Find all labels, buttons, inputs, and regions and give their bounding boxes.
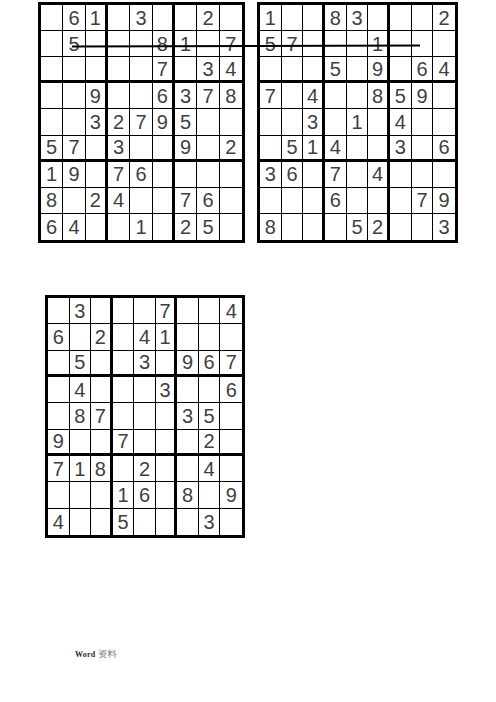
cell-r6c6[interactable]	[156, 430, 178, 456]
cell-r8c9[interactable]	[220, 188, 242, 214]
sudoku-grid-bottom-left: 3746241539674368735972718241689453	[45, 295, 245, 538]
cell-r6c3[interactable]	[91, 430, 113, 456]
cell-r6c5[interactable]	[134, 430, 156, 456]
cell-r6c8[interactable]: 2	[199, 430, 221, 456]
cell-r3c8[interactable]: 6	[412, 57, 434, 83]
cell-r2c9[interactable]	[220, 324, 242, 350]
cell-r4c7[interactable]	[177, 377, 199, 403]
cell-r7c9[interactable]	[433, 162, 455, 188]
cell-r5c4[interactable]	[113, 403, 135, 429]
cell-r2c7[interactable]	[177, 324, 199, 350]
cell-r3c9[interactable]: 7	[220, 351, 242, 377]
cell-r3c6[interactable]	[156, 351, 178, 377]
cell-r3c1[interactable]	[48, 351, 70, 377]
cell-r1c8[interactable]	[412, 5, 434, 31]
cell-r7c1[interactable]: 3	[260, 162, 282, 188]
cell-r3c6[interactable]: 7	[153, 57, 175, 83]
cell-r9c7[interactable]: 2	[175, 214, 197, 240]
cell-r3c2[interactable]: 5	[70, 351, 92, 377]
cell-r9c1[interactable]: 8	[260, 214, 282, 240]
cell-r6c9[interactable]: 2	[220, 136, 242, 162]
cell-r5c5[interactable]	[134, 403, 156, 429]
cell-r6c7[interactable]: 9	[175, 136, 197, 162]
cell-r9c6[interactable]	[156, 509, 178, 535]
cell-r8c8[interactable]	[199, 482, 221, 508]
cell-r6c8[interactable]	[412, 136, 434, 162]
cell-r7c8[interactable]	[197, 162, 219, 188]
cell-r8c8[interactable]: 7	[412, 188, 434, 214]
cell-r7c9[interactable]	[220, 162, 242, 188]
cell-r4c4[interactable]	[108, 83, 130, 109]
cell-r4c6[interactable]: 3	[156, 377, 178, 403]
cell-r8c6[interactable]	[368, 188, 390, 214]
cell-r5c5[interactable]: 7	[130, 109, 152, 135]
cell-r4c1[interactable]	[41, 83, 63, 109]
cell-r1c7[interactable]	[177, 298, 199, 324]
cell-r9c2[interactable]	[70, 509, 92, 535]
cell-r3c5[interactable]: 3	[134, 351, 156, 377]
cell-r5c3[interactable]: 3	[303, 109, 325, 135]
watermark-brand: Word	[75, 650, 95, 659]
cell-r4c9[interactable]: 6	[220, 377, 242, 403]
cell-r7c7[interactable]	[390, 162, 412, 188]
cell-r1c3[interactable]	[91, 298, 113, 324]
cell-r7c2[interactable]: 9	[63, 162, 85, 188]
cell-r3c3[interactable]	[86, 57, 108, 83]
cell-r1c8[interactable]: 2	[197, 5, 219, 31]
cell-r4c6[interactable]: 8	[368, 83, 390, 109]
cell-r1c5[interactable]: 3	[130, 5, 152, 31]
cell-r4c8[interactable]	[199, 377, 221, 403]
cell-r8c1[interactable]: 8	[41, 188, 63, 214]
cell-r3c4[interactable]	[108, 57, 130, 83]
cell-r5c8[interactable]: 5	[199, 403, 221, 429]
cell-r7c4[interactable]: 7	[108, 162, 130, 188]
cell-r5c2[interactable]	[282, 109, 304, 135]
cell-r8c6[interactable]	[156, 482, 178, 508]
cell-r1c4[interactable]: 8	[325, 5, 347, 31]
cell-r4c7[interactable]: 3	[175, 83, 197, 109]
cell-r8c3[interactable]: 2	[86, 188, 108, 214]
cell-r4c2[interactable]	[63, 83, 85, 109]
cell-r2c6[interactable]: 8	[153, 31, 175, 57]
cell-r9c4[interactable]: 5	[113, 509, 135, 535]
cell-r2c7[interactable]: 1	[175, 31, 197, 57]
cell-r3c7[interactable]	[175, 57, 197, 83]
sudoku-grid-top-left: 6132581773496378327955739219768247664125	[38, 2, 245, 243]
cell-r7c6[interactable]	[156, 456, 178, 482]
cell-r9c9[interactable]	[220, 214, 242, 240]
cell-r5c2[interactable]: 8	[70, 403, 92, 429]
cell-r7c7[interactable]	[177, 456, 199, 482]
cell-r8c7[interactable]	[390, 188, 412, 214]
cell-r1c1[interactable]: 1	[260, 5, 282, 31]
cell-r8c5[interactable]: 6	[134, 482, 156, 508]
cell-r3c8[interactable]: 3	[197, 57, 219, 83]
cell-r4c2[interactable]	[282, 83, 304, 109]
cell-r4c5[interactable]	[347, 83, 369, 109]
cell-r5c2[interactable]	[63, 109, 85, 135]
cell-r8c2[interactable]	[282, 188, 304, 214]
cell-r5c3[interactable]: 3	[86, 109, 108, 135]
cell-r2c1[interactable]	[41, 31, 63, 57]
cell-r1c9[interactable]: 4	[220, 298, 242, 324]
cell-r3c7[interactable]: 9	[177, 351, 199, 377]
cell-r9c2[interactable]: 4	[63, 214, 85, 240]
cell-r9c8[interactable]	[412, 214, 434, 240]
cell-r5c6[interactable]	[368, 109, 390, 135]
cell-r4c3[interactable]: 4	[303, 83, 325, 109]
cell-r9c1[interactable]: 4	[48, 509, 70, 535]
cell-r4c5[interactable]	[130, 83, 152, 109]
cell-r7c3[interactable]	[86, 162, 108, 188]
cell-r5c1[interactable]	[260, 109, 282, 135]
cell-r5c6[interactable]: 9	[153, 109, 175, 135]
cell-r6c5[interactable]	[130, 136, 152, 162]
cell-r6c6[interactable]	[368, 136, 390, 162]
cell-r4c9[interactable]	[433, 83, 455, 109]
cell-r1c6[interactable]	[368, 5, 390, 31]
cell-r1c6[interactable]: 7	[156, 298, 178, 324]
cell-r1c2[interactable]: 6	[63, 5, 85, 31]
cell-r6c4[interactable]: 7	[113, 430, 135, 456]
cell-r6c7[interactable]	[177, 430, 199, 456]
cell-r6c3[interactable]	[86, 136, 108, 162]
cell-r4c1[interactable]	[48, 377, 70, 403]
cell-r3c7[interactable]	[390, 57, 412, 83]
cell-r5c7[interactable]: 3	[177, 403, 199, 429]
cell-r8c3[interactable]	[91, 482, 113, 508]
cell-r5c5[interactable]: 1	[347, 109, 369, 135]
cell-r9c5[interactable]: 5	[347, 214, 369, 240]
cell-r3c6[interactable]: 9	[368, 57, 390, 83]
cell-r3c2[interactable]	[282, 57, 304, 83]
cell-r8c5[interactable]	[130, 188, 152, 214]
cell-r6c2[interactable]: 5	[282, 136, 304, 162]
cell-r6c3[interactable]: 1	[303, 136, 325, 162]
cell-r5c8[interactable]	[197, 109, 219, 135]
cell-r8c3[interactable]	[303, 188, 325, 214]
cell-r5c3[interactable]: 7	[91, 403, 113, 429]
cell-r7c1[interactable]: 1	[41, 162, 63, 188]
cell-r1c4[interactable]	[113, 298, 135, 324]
cell-r6c1[interactable]: 5	[41, 136, 63, 162]
cell-r9c4[interactable]	[325, 214, 347, 240]
cell-r4c4[interactable]	[113, 377, 135, 403]
cell-r6c4[interactable]: 3	[108, 136, 130, 162]
cell-r2c5[interactable]: 4	[134, 324, 156, 350]
cell-r6c8[interactable]	[197, 136, 219, 162]
cell-r8c1[interactable]	[260, 188, 282, 214]
cell-r3c2[interactable]	[63, 57, 85, 83]
cell-r1c3[interactable]: 1	[86, 5, 108, 31]
cell-r6c4[interactable]: 4	[325, 136, 347, 162]
cell-r1c9[interactable]: 2	[433, 5, 455, 31]
cell-r4c2[interactable]: 4	[70, 377, 92, 403]
cell-r5c9[interactable]	[220, 109, 242, 135]
cell-r9c7[interactable]	[390, 214, 412, 240]
cell-r1c5[interactable]: 3	[347, 5, 369, 31]
cell-r8c2[interactable]	[63, 188, 85, 214]
cell-r2c4[interactable]	[113, 324, 135, 350]
cell-r6c2[interactable]: 7	[63, 136, 85, 162]
cell-r5c9[interactable]	[433, 109, 455, 135]
cell-r4c9[interactable]: 8	[220, 83, 242, 109]
cell-r8c6[interactable]	[153, 188, 175, 214]
cell-r1c8[interactable]	[199, 298, 221, 324]
cell-r2c2[interactable]: 5	[63, 31, 85, 57]
sudoku-grid-top-right: 18325715964748593145143636746798523	[257, 2, 458, 243]
cell-r2c9[interactable]	[433, 31, 455, 57]
cell-r9c5[interactable]	[134, 509, 156, 535]
cell-r4c8[interactable]: 7	[197, 83, 219, 109]
cell-r7c4[interactable]	[113, 456, 135, 482]
cell-r7c6[interactable]	[153, 162, 175, 188]
cell-r9c8[interactable]: 5	[197, 214, 219, 240]
cell-r7c5[interactable]: 2	[134, 456, 156, 482]
cell-r9c3[interactable]	[91, 509, 113, 535]
cell-r6c7[interactable]: 3	[390, 136, 412, 162]
watermark-label: 资料	[98, 649, 116, 659]
cell-r7c1[interactable]: 7	[48, 456, 70, 482]
cell-r8c1[interactable]	[48, 482, 70, 508]
cell-r9c2[interactable]	[282, 214, 304, 240]
cell-r9c9[interactable]: 3	[433, 214, 455, 240]
cell-r9c9[interactable]	[220, 509, 242, 535]
cell-r6c9[interactable]: 6	[433, 136, 455, 162]
cell-r9c6[interactable]: 2	[368, 214, 390, 240]
cell-r8c9[interactable]: 9	[433, 188, 455, 214]
cell-r3c5[interactable]	[130, 57, 152, 83]
cell-r2c8[interactable]	[199, 324, 221, 350]
cell-r6c6[interactable]	[153, 136, 175, 162]
cell-r7c7[interactable]	[175, 162, 197, 188]
cell-r3c1[interactable]	[41, 57, 63, 83]
cell-r2c6[interactable]: 1	[156, 324, 178, 350]
cell-r4c7[interactable]: 5	[390, 83, 412, 109]
cell-r4c3[interactable]: 9	[86, 83, 108, 109]
cell-r5c6[interactable]	[156, 403, 178, 429]
cell-r6c9[interactable]	[220, 430, 242, 456]
cell-r2c3[interactable]: 2	[91, 324, 113, 350]
cell-r4c6[interactable]: 6	[153, 83, 175, 109]
cell-r9c7[interactable]	[177, 509, 199, 535]
cell-r7c8[interactable]: 4	[199, 456, 221, 482]
cell-r8c4[interactable]: 4	[108, 188, 130, 214]
cell-r8c2[interactable]	[70, 482, 92, 508]
cell-r3c3[interactable]	[91, 351, 113, 377]
cell-r5c4[interactable]	[325, 109, 347, 135]
cell-r3c4[interactable]: 5	[325, 57, 347, 83]
cell-r2c1[interactable]: 6	[48, 324, 70, 350]
cell-r7c3[interactable]	[303, 162, 325, 188]
cell-r5c1[interactable]	[48, 403, 70, 429]
cell-r3c4[interactable]	[113, 351, 135, 377]
cell-r7c9[interactable]	[220, 456, 242, 482]
cell-r1c1[interactable]	[41, 5, 63, 31]
cell-r5c1[interactable]	[41, 109, 63, 135]
cell-r3c8[interactable]: 6	[199, 351, 221, 377]
cell-r9c4[interactable]	[108, 214, 130, 240]
cell-r1c5[interactable]	[134, 298, 156, 324]
cell-r5c8[interactable]	[412, 109, 434, 135]
cell-r5c7[interactable]: 4	[390, 109, 412, 135]
cell-r2c3[interactable]	[86, 31, 108, 57]
cell-r3c5[interactable]	[347, 57, 369, 83]
cell-r1c7[interactable]	[175, 5, 197, 31]
cell-r5c4[interactable]: 2	[108, 109, 130, 135]
cell-r6c1[interactable]: 9	[48, 430, 70, 456]
cell-r7c8[interactable]	[412, 162, 434, 188]
cell-r7c6[interactable]: 4	[368, 162, 390, 188]
cell-r1c9[interactable]	[220, 5, 242, 31]
cell-r3c9[interactable]: 4	[220, 57, 242, 83]
cell-r7c5[interactable]: 6	[130, 162, 152, 188]
cell-r2c5[interactable]	[130, 31, 152, 57]
cell-r6c2[interactable]	[70, 430, 92, 456]
cell-r2c4[interactable]	[108, 31, 130, 57]
cell-r8c9[interactable]: 9	[220, 482, 242, 508]
cell-r3c9[interactable]: 4	[433, 57, 455, 83]
cell-r9c1[interactable]: 6	[41, 214, 63, 240]
cell-r4c1[interactable]: 7	[260, 83, 282, 109]
cell-r8c4[interactable]: 1	[113, 482, 135, 508]
cell-r7c2[interactable]: 6	[282, 162, 304, 188]
cell-r2c2[interactable]	[70, 324, 92, 350]
cell-r7c2[interactable]: 1	[70, 456, 92, 482]
cell-r1c1[interactable]	[48, 298, 70, 324]
cell-r3c1[interactable]	[260, 57, 282, 83]
cell-r5c9[interactable]	[220, 403, 242, 429]
cell-r1c2[interactable]	[282, 5, 304, 31]
cell-r5c7[interactable]: 5	[175, 109, 197, 135]
cell-r6c5[interactable]	[347, 136, 369, 162]
cell-r1c6[interactable]	[153, 5, 175, 31]
cell-r4c4[interactable]	[325, 83, 347, 109]
cell-r8c7[interactable]: 8	[177, 482, 199, 508]
cell-r4c5[interactable]	[134, 377, 156, 403]
cell-r1c4[interactable]	[108, 5, 130, 31]
cell-r9c5[interactable]: 1	[130, 214, 152, 240]
cell-r1c3[interactable]	[303, 5, 325, 31]
cell-r7c5[interactable]	[347, 162, 369, 188]
cell-r6c1[interactable]	[260, 136, 282, 162]
cell-r4c8[interactable]: 9	[412, 83, 434, 109]
cell-r8c8[interactable]: 6	[197, 188, 219, 214]
cell-r1c7[interactable]	[390, 5, 412, 31]
cell-r7c3[interactable]: 8	[91, 456, 113, 482]
cell-r7c4[interactable]: 7	[325, 162, 347, 188]
cell-r9c6[interactable]	[153, 214, 175, 240]
cell-r8c4[interactable]: 6	[325, 188, 347, 214]
cell-r3c3[interactable]	[303, 57, 325, 83]
cell-r9c8[interactable]: 3	[199, 509, 221, 535]
watermark: Word资料	[75, 649, 117, 660]
cell-r9c3[interactable]	[86, 214, 108, 240]
cell-r9c3[interactable]	[303, 214, 325, 240]
cell-r4c3[interactable]	[91, 377, 113, 403]
cell-r8c7[interactable]: 7	[175, 188, 197, 214]
cell-r8c5[interactable]	[347, 188, 369, 214]
cell-r1c2[interactable]: 3	[70, 298, 92, 324]
